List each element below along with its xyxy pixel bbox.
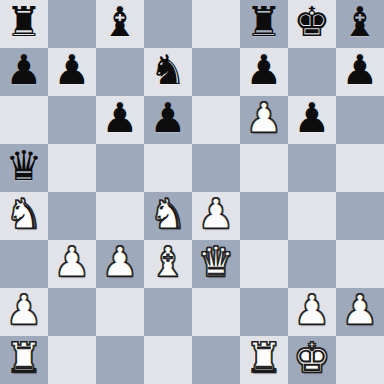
piece-white-pawn[interactable]: ♟ <box>342 288 379 334</box>
square-f2[interactable] <box>240 288 288 336</box>
chess-board: ♜♝♜♚♝♟♟♞♟♟♟♟♟♟♛♞♞♟♟♟♝♛♟♟♟♜♜♚ <box>0 0 384 384</box>
square-c3[interactable]: ♟ <box>96 240 144 288</box>
piece-black-pawn[interactable]: ♟ <box>342 48 379 94</box>
piece-white-bishop[interactable]: ♝ <box>150 240 187 286</box>
square-e7[interactable] <box>192 48 240 96</box>
square-b4[interactable] <box>48 192 96 240</box>
square-c4[interactable] <box>96 192 144 240</box>
piece-black-queen[interactable]: ♛ <box>6 144 43 190</box>
square-g2[interactable]: ♟ <box>288 288 336 336</box>
square-c5[interactable] <box>96 144 144 192</box>
square-e5[interactable] <box>192 144 240 192</box>
square-e6[interactable] <box>192 96 240 144</box>
piece-white-pawn[interactable]: ♟ <box>198 192 235 238</box>
square-g4[interactable] <box>288 192 336 240</box>
square-f4[interactable] <box>240 192 288 240</box>
square-a6[interactable] <box>0 96 48 144</box>
piece-black-pawn[interactable]: ♟ <box>6 48 43 94</box>
square-e4[interactable]: ♟ <box>192 192 240 240</box>
piece-white-knight[interactable]: ♞ <box>150 192 187 238</box>
square-d8[interactable] <box>144 0 192 48</box>
square-a1[interactable]: ♜ <box>0 336 48 384</box>
square-d7[interactable]: ♞ <box>144 48 192 96</box>
square-d4[interactable]: ♞ <box>144 192 192 240</box>
piece-white-king[interactable]: ♚ <box>294 336 331 382</box>
square-d6[interactable]: ♟ <box>144 96 192 144</box>
piece-black-pawn[interactable]: ♟ <box>246 48 283 94</box>
square-h1[interactable] <box>336 336 384 384</box>
square-f8[interactable]: ♜ <box>240 0 288 48</box>
square-b8[interactable] <box>48 0 96 48</box>
square-h7[interactable]: ♟ <box>336 48 384 96</box>
piece-black-bishop[interactable]: ♝ <box>342 0 379 46</box>
square-f7[interactable]: ♟ <box>240 48 288 96</box>
piece-black-knight[interactable]: ♞ <box>150 48 187 94</box>
square-h3[interactable] <box>336 240 384 288</box>
square-e8[interactable] <box>192 0 240 48</box>
square-b5[interactable] <box>48 144 96 192</box>
piece-black-bishop[interactable]: ♝ <box>102 0 139 46</box>
square-b2[interactable] <box>48 288 96 336</box>
square-f6[interactable]: ♟ <box>240 96 288 144</box>
piece-black-pawn[interactable]: ♟ <box>102 96 139 142</box>
square-b7[interactable]: ♟ <box>48 48 96 96</box>
piece-black-king[interactable]: ♚ <box>294 0 331 46</box>
square-g6[interactable]: ♟ <box>288 96 336 144</box>
square-h6[interactable] <box>336 96 384 144</box>
square-e2[interactable] <box>192 288 240 336</box>
square-d1[interactable] <box>144 336 192 384</box>
square-e3[interactable]: ♛ <box>192 240 240 288</box>
square-g5[interactable] <box>288 144 336 192</box>
square-a3[interactable] <box>0 240 48 288</box>
square-c8[interactable]: ♝ <box>96 0 144 48</box>
square-f5[interactable] <box>240 144 288 192</box>
square-d2[interactable] <box>144 288 192 336</box>
square-b6[interactable] <box>48 96 96 144</box>
piece-white-queen[interactable]: ♛ <box>198 240 235 286</box>
square-c2[interactable] <box>96 288 144 336</box>
square-d5[interactable] <box>144 144 192 192</box>
square-g7[interactable] <box>288 48 336 96</box>
piece-white-rook[interactable]: ♜ <box>246 336 283 382</box>
piece-white-rook[interactable]: ♜ <box>6 336 43 382</box>
square-h4[interactable] <box>336 192 384 240</box>
square-a4[interactable]: ♞ <box>0 192 48 240</box>
square-h5[interactable] <box>336 144 384 192</box>
piece-black-rook[interactable]: ♜ <box>6 0 43 46</box>
square-f1[interactable]: ♜ <box>240 336 288 384</box>
square-a7[interactable]: ♟ <box>0 48 48 96</box>
square-c6[interactable]: ♟ <box>96 96 144 144</box>
square-e1[interactable] <box>192 336 240 384</box>
square-g8[interactable]: ♚ <box>288 0 336 48</box>
square-d3[interactable]: ♝ <box>144 240 192 288</box>
square-a2[interactable]: ♟ <box>0 288 48 336</box>
piece-white-knight[interactable]: ♞ <box>6 192 43 238</box>
square-b3[interactable]: ♟ <box>48 240 96 288</box>
square-b1[interactable] <box>48 336 96 384</box>
piece-white-pawn[interactable]: ♟ <box>6 288 43 334</box>
piece-black-rook[interactable]: ♜ <box>246 0 283 46</box>
piece-white-pawn[interactable]: ♟ <box>246 96 283 142</box>
piece-black-pawn[interactable]: ♟ <box>150 96 187 142</box>
piece-white-pawn[interactable]: ♟ <box>102 240 139 286</box>
square-f3[interactable] <box>240 240 288 288</box>
piece-black-pawn[interactable]: ♟ <box>54 48 91 94</box>
square-a8[interactable]: ♜ <box>0 0 48 48</box>
square-h8[interactable]: ♝ <box>336 0 384 48</box>
square-c1[interactable] <box>96 336 144 384</box>
square-h2[interactable]: ♟ <box>336 288 384 336</box>
square-g3[interactable] <box>288 240 336 288</box>
square-c7[interactable] <box>96 48 144 96</box>
piece-white-pawn[interactable]: ♟ <box>294 288 331 334</box>
square-a5[interactable]: ♛ <box>0 144 48 192</box>
piece-black-pawn[interactable]: ♟ <box>294 96 331 142</box>
square-g1[interactable]: ♚ <box>288 336 336 384</box>
piece-white-pawn[interactable]: ♟ <box>54 240 91 286</box>
